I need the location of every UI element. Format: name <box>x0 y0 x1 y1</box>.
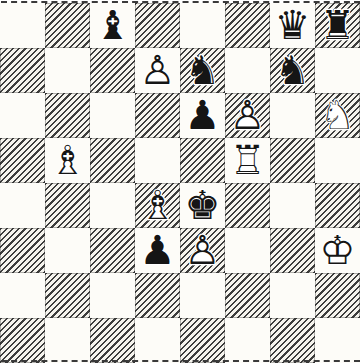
square-e3: ♟♙ <box>180 228 225 273</box>
square-g4 <box>270 183 315 228</box>
black-pawn-icon: ♟ <box>180 93 225 138</box>
square-e2 <box>180 273 225 318</box>
square-c8: ♝♝ <box>90 3 135 48</box>
white-pawn-icon: ♙ <box>135 48 180 93</box>
square-g2 <box>270 273 315 318</box>
black-pawn-d3: ♟♟ <box>135 228 180 273</box>
white-knight-h6: ♞♘ <box>315 93 360 138</box>
square-h4 <box>315 183 360 228</box>
square-a6 <box>0 93 45 138</box>
square-h5 <box>315 138 360 183</box>
square-e5 <box>180 138 225 183</box>
square-d4: ♝♗ <box>135 183 180 228</box>
square-e8 <box>180 3 225 48</box>
black-king-icon: ♚ <box>180 183 225 228</box>
black-pawn-e6: ♟♟ <box>180 93 225 138</box>
white-pawn-f6: ♟♙ <box>225 93 270 138</box>
square-g3 <box>270 228 315 273</box>
square-b1 <box>45 318 90 363</box>
white-pawn-icon: ♙ <box>225 93 270 138</box>
black-bishop-icon: ♝ <box>90 3 135 48</box>
white-rook-icon: ♖ <box>225 138 270 183</box>
black-queen-g8: ♛♛ <box>270 3 315 48</box>
square-d5 <box>135 138 180 183</box>
square-g8: ♛♛ <box>270 3 315 48</box>
square-c6 <box>90 93 135 138</box>
square-f2 <box>225 273 270 318</box>
square-h2 <box>315 273 360 318</box>
white-bishop-icon: ♗ <box>45 138 90 183</box>
square-b8 <box>45 3 90 48</box>
white-rook-f5: ♜♖ <box>225 138 270 183</box>
square-f1 <box>225 318 270 363</box>
square-c2 <box>90 273 135 318</box>
square-a2 <box>0 273 45 318</box>
square-h6: ♞♘ <box>315 93 360 138</box>
square-d7: ♟♙ <box>135 48 180 93</box>
square-e7: ♞♞ <box>180 48 225 93</box>
square-h7 <box>315 48 360 93</box>
square-a5 <box>0 138 45 183</box>
square-g5 <box>270 138 315 183</box>
square-b4 <box>45 183 90 228</box>
black-bishop-c8: ♝♝ <box>90 3 135 48</box>
square-e4: ♚♚ <box>180 183 225 228</box>
square-g6 <box>270 93 315 138</box>
black-knight-g7: ♞♞ <box>270 48 315 93</box>
square-b2 <box>45 273 90 318</box>
square-d1 <box>135 318 180 363</box>
bottom-border-rule <box>1 360 360 362</box>
square-f6: ♟♙ <box>225 93 270 138</box>
square-f4 <box>225 183 270 228</box>
square-f3 <box>225 228 270 273</box>
black-queen-icon: ♛ <box>270 3 315 48</box>
square-g1 <box>270 318 315 363</box>
black-knight-e7: ♞♞ <box>180 48 225 93</box>
chess-board: ♝♝♛♛♜♜♟♙♞♞♞♞♟♟♟♙♞♘♝♗♜♖♝♗♚♚♟♟♟♙♚♔ <box>0 3 360 363</box>
white-knight-icon: ♘ <box>315 93 360 138</box>
black-knight-icon: ♞ <box>180 48 225 93</box>
white-pawn-icon: ♙ <box>180 228 225 273</box>
square-a4 <box>0 183 45 228</box>
black-rook-h8: ♜♜ <box>315 3 360 48</box>
square-d2 <box>135 273 180 318</box>
square-h1 <box>315 318 360 363</box>
square-d8 <box>135 3 180 48</box>
white-pawn-d7: ♟♙ <box>135 48 180 93</box>
black-rook-icon: ♜ <box>315 3 360 48</box>
square-h8: ♜♜ <box>315 3 360 48</box>
square-f5: ♜♖ <box>225 138 270 183</box>
square-c4 <box>90 183 135 228</box>
square-c7 <box>90 48 135 93</box>
square-e6: ♟♟ <box>180 93 225 138</box>
square-b6 <box>45 93 90 138</box>
white-bishop-d4: ♝♗ <box>135 183 180 228</box>
square-c1 <box>90 318 135 363</box>
chess-diagram: ♝♝♛♛♜♜♟♙♞♞♞♞♟♟♟♙♞♘♝♗♜♖♝♗♚♚♟♟♟♙♚♔ <box>0 0 361 363</box>
white-king-h3: ♚♔ <box>315 228 360 273</box>
square-c3 <box>90 228 135 273</box>
square-h3: ♚♔ <box>315 228 360 273</box>
square-e1 <box>180 318 225 363</box>
white-king-icon: ♔ <box>315 228 360 273</box>
white-bishop-icon: ♗ <box>135 183 180 228</box>
square-c5 <box>90 138 135 183</box>
square-f7 <box>225 48 270 93</box>
square-g7: ♞♞ <box>270 48 315 93</box>
square-a7 <box>0 48 45 93</box>
square-d3: ♟♟ <box>135 228 180 273</box>
black-king-e4: ♚♚ <box>180 183 225 228</box>
white-bishop-b5: ♝♗ <box>45 138 90 183</box>
black-knight-icon: ♞ <box>270 48 315 93</box>
square-d6 <box>135 93 180 138</box>
square-a3 <box>0 228 45 273</box>
square-a8 <box>0 3 45 48</box>
square-a1 <box>0 318 45 363</box>
square-b7 <box>45 48 90 93</box>
square-b3 <box>45 228 90 273</box>
square-b5: ♝♗ <box>45 138 90 183</box>
white-pawn-e3: ♟♙ <box>180 228 225 273</box>
black-pawn-icon: ♟ <box>135 228 180 273</box>
square-f8 <box>225 3 270 48</box>
